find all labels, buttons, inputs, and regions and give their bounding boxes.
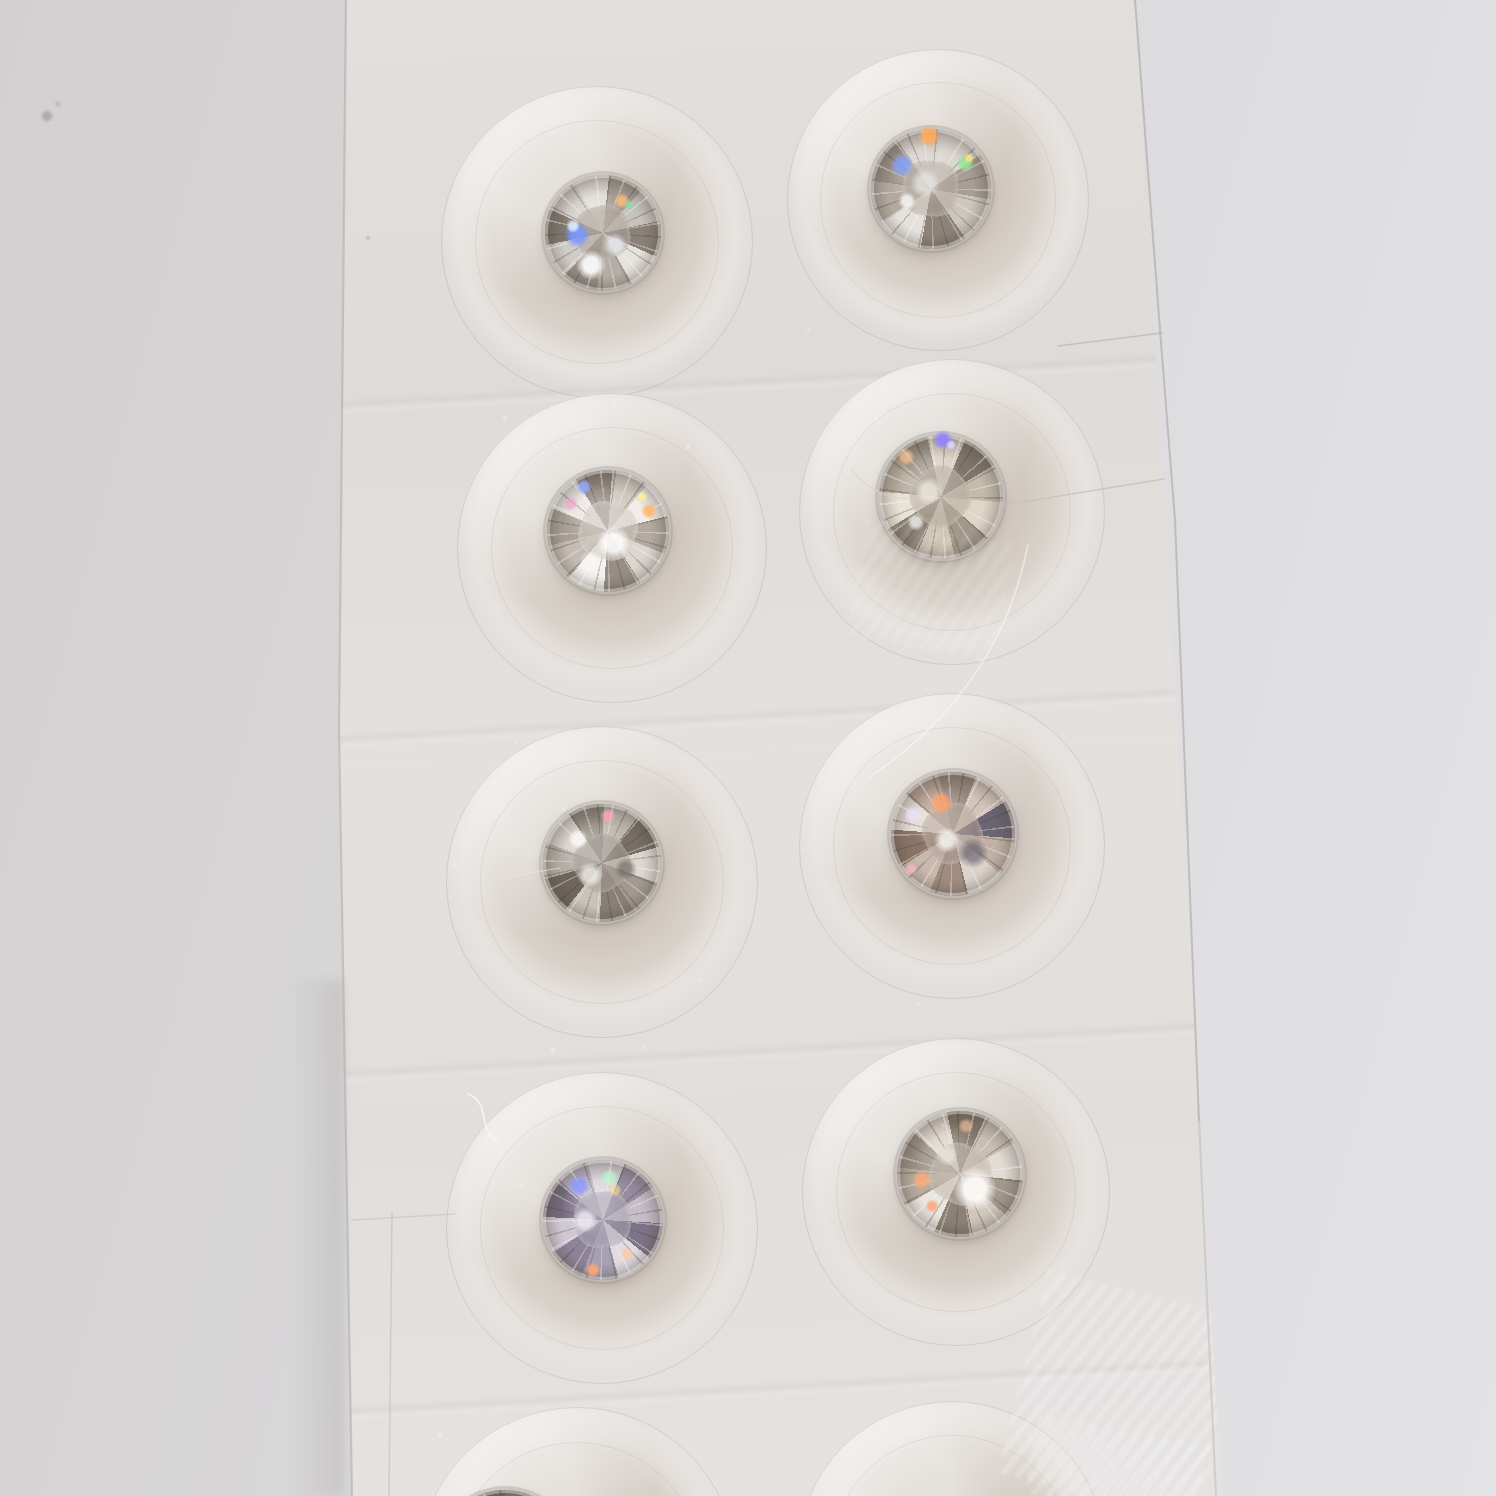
rhinestone-crystal — [545, 175, 661, 291]
sparkle-highlight — [576, 479, 592, 495]
rhinestone-crystal — [897, 1111, 1023, 1237]
sparkle-highlight — [600, 808, 616, 824]
sparkle-highlight — [929, 791, 953, 815]
rhinestone-crystal — [543, 1160, 663, 1280]
dust-speck — [979, 659, 982, 662]
dust-speck — [562, 807, 565, 810]
sparkle-highlight — [918, 125, 940, 147]
blister-well — [418, 1407, 736, 1496]
rhinestone-crystal — [871, 129, 991, 249]
sparkle-highlight — [910, 168, 940, 198]
sparkle-highlight — [898, 192, 916, 210]
dust-speck — [807, 329, 810, 332]
blister-strip — [0, 0, 1496, 1496]
rhinestone-crystal — [543, 804, 661, 922]
dust-speck — [514, 741, 517, 744]
dust-speck — [438, 1433, 442, 1437]
sparkle-highlight — [566, 219, 580, 233]
dust-speck — [686, 445, 690, 449]
dust-speck — [699, 979, 702, 982]
sparkle-highlight — [636, 491, 648, 503]
dust-speck — [613, 403, 616, 406]
sparkle-highlight — [624, 200, 634, 210]
dust-speck — [875, 417, 878, 420]
dust-speck — [41, 110, 53, 122]
dust-speck — [519, 1184, 522, 1187]
rhinestone-crystal — [547, 470, 669, 592]
glare-streak — [846, 518, 1015, 662]
sparkle-highlight — [925, 1199, 939, 1213]
sparkle-highlight — [608, 1183, 622, 1197]
dust-speck — [503, 416, 507, 420]
sparkle-highlight — [934, 827, 960, 853]
sparkle-highlight — [915, 477, 943, 505]
sparkle-highlight — [890, 153, 914, 177]
sparkle-highlight — [946, 440, 956, 450]
row-seam — [335, 689, 1194, 747]
sparkle-highlight — [615, 858, 637, 880]
sparkle-highlight — [577, 862, 603, 888]
sparkle-highlight — [904, 862, 918, 876]
dust-speck — [366, 236, 370, 240]
dust-speck — [642, 1046, 645, 1049]
row-seam — [335, 1024, 1204, 1083]
dust-speck — [551, 1048, 555, 1052]
photo-canvas — [0, 0, 1496, 1496]
sparkle-highlight — [572, 1207, 598, 1233]
sparkle-highlight — [579, 551, 601, 573]
sparkle-highlight — [953, 1167, 997, 1211]
strip-edge-shadow — [292, 980, 344, 1496]
dust-speck — [55, 101, 61, 107]
sparkle-highlight — [603, 233, 627, 257]
sparkle-highlight — [958, 838, 988, 868]
sparkle-highlight — [620, 1247, 634, 1261]
dust-speck — [454, 864, 457, 867]
rhinestone-crystal — [891, 772, 1015, 896]
dust-speck — [917, 1003, 920, 1006]
dust-speck — [942, 1124, 945, 1127]
dust-speck — [556, 446, 559, 449]
